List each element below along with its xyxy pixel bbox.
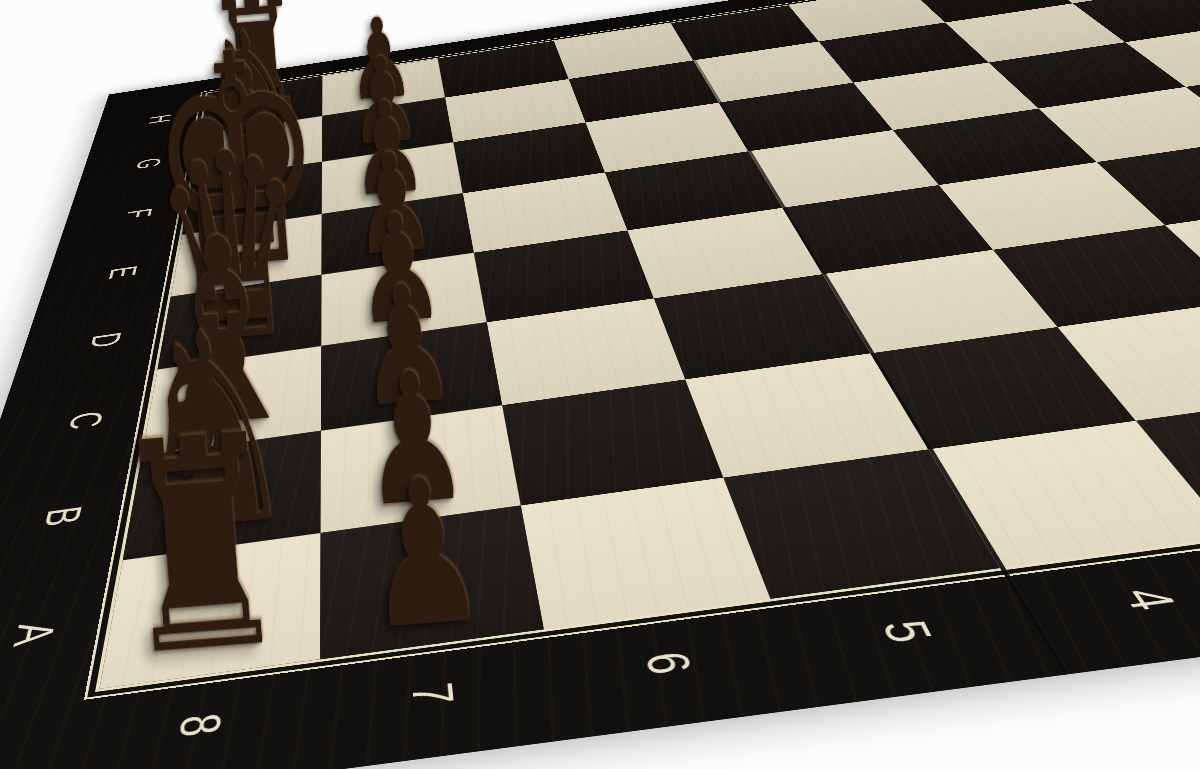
square-f1[interactable] [1125, 22, 1200, 87]
file-label-cell-F: F [56, 181, 190, 253]
square-h2[interactable] [907, 0, 1072, 23]
square-c8[interactable]: ♝ [142, 346, 322, 456]
file-label: F [118, 206, 160, 221]
file-label-cell-G: G [74, 134, 198, 198]
file-label-cell-D: D [10, 297, 168, 391]
rank-label-cell-6: 6 [544, 610, 810, 736]
black-pawn[interactable]: ♟ [348, 145, 437, 263]
square-f5[interactable] [586, 103, 749, 173]
square-f4[interactable] [719, 83, 893, 152]
square-d3[interactable] [939, 162, 1165, 250]
square-h8[interactable]: ♜ [200, 76, 322, 134]
piece-anchor-h8: ♜ [201, 113, 322, 131]
file-label: H [142, 113, 179, 126]
square-e6[interactable] [463, 172, 628, 252]
square-f8[interactable]: ♝ [182, 162, 322, 235]
square-a8[interactable]: ♜ [99, 533, 320, 689]
black-pawn[interactable]: ♟ [359, 467, 490, 640]
file-label-cell-H: H [90, 93, 206, 150]
black-pawn[interactable]: ♟ [345, 50, 422, 152]
file-label-cell-A: A [0, 562, 119, 718]
piece-anchor-g7: ♟ [322, 139, 453, 158]
square-g3[interactable] [819, 23, 989, 83]
black-knight[interactable]: ♞ [194, 21, 309, 172]
playing-area: ♜♟♞♟♝♟♚♟♛♟♝♟♞♟♜♟ [95, 0, 1200, 692]
square-h3[interactable] [789, 0, 946, 41]
square-a6[interactable] [521, 478, 771, 630]
file-label-cell-C: C [0, 370, 155, 479]
piece-anchor-d7: ♟ [321, 318, 486, 342]
file-label: G [129, 156, 169, 171]
square-d8[interactable]: ♛ [157, 275, 321, 370]
piece-anchor-f7: ♟ [322, 190, 462, 211]
piece-anchor-g8: ♞ [192, 159, 322, 178]
square-f7[interactable]: ♟ [322, 142, 463, 214]
chessboard: HGFEDCBA 87654321 ♜♟♞♟♝♟♚♟♛♟♝♟♞♟♜♟ [0, 0, 1200, 769]
piece-anchor-f8: ♝ [183, 211, 322, 232]
square-c3[interactable] [993, 225, 1200, 327]
square-h4[interactable] [671, 5, 819, 60]
file-labels: HGFEDCBA [0, 93, 206, 718]
black-pawn[interactable]: ♟ [352, 276, 458, 416]
square-g1[interactable] [1073, 0, 1200, 42]
square-c7[interactable]: ♟ [321, 322, 502, 430]
square-h7[interactable]: ♟ [322, 58, 445, 116]
square-d5[interactable] [627, 208, 822, 299]
board-tilt-wrapper: HGFEDCBA 87654321 ♜♟♞♟♝♟♚♟♛♟♝♟♞♟♜♟ [0, 0, 1200, 769]
square-g4[interactable] [693, 41, 853, 102]
black-knight[interactable]: ♞ [127, 316, 301, 545]
square-d6[interactable] [474, 230, 654, 322]
square-d2[interactable] [1097, 139, 1200, 225]
file-label: A [2, 618, 69, 649]
square-b6[interactable] [502, 379, 723, 505]
file-label-cell-B: B [0, 457, 138, 586]
chessboard-photo: HGFEDCBA 87654321 ♜♟♞♟♝♟♚♟♛♟♝♟♞♟♜♟ [0, 0, 1200, 769]
square-g5[interactable] [569, 60, 719, 122]
rank-label-cell-8: 8 [75, 671, 317, 769]
square-a5[interactable] [723, 449, 1000, 599]
square-g8[interactable]: ♞ [192, 116, 322, 181]
rank-label: 8 [166, 710, 235, 741]
rank-label: 6 [632, 648, 707, 678]
square-e5[interactable] [605, 151, 782, 230]
square-g7[interactable]: ♟ [322, 98, 453, 162]
piece-anchor-h7: ♟ [322, 95, 444, 113]
piece-anchor-b8: ♞ [124, 526, 321, 553]
square-h5[interactable] [554, 23, 693, 79]
rank-label: 4 [1108, 585, 1193, 615]
square-e8[interactable]: ♚ [171, 214, 322, 297]
square-c4[interactable] [822, 250, 1057, 354]
black-rook[interactable]: ♜ [106, 421, 296, 672]
square-c2[interactable] [1165, 200, 1200, 300]
square-a7[interactable]: ♟ [320, 505, 544, 659]
black-pawn[interactable]: ♟ [344, 11, 416, 106]
square-d4[interactable] [782, 185, 993, 274]
black-bishop[interactable]: ♝ [181, 53, 311, 225]
rank-label-cell-7: 7 [316, 641, 561, 768]
file-label: B [34, 503, 94, 529]
square-b8[interactable]: ♞ [123, 431, 321, 561]
black-pawn[interactable]: ♟ [350, 205, 447, 333]
square-c5[interactable] [654, 274, 871, 379]
file-label: E [101, 263, 147, 280]
square-b3[interactable] [1057, 300, 1200, 420]
piece-anchor-d8: ♛ [158, 341, 321, 364]
square-g6[interactable] [445, 79, 586, 142]
file-label-cell-E: E [35, 235, 180, 317]
black-king[interactable]: ♚ [141, 36, 332, 289]
square-e2[interactable] [1039, 87, 1200, 162]
file-label: D [81, 330, 131, 351]
square-e7[interactable]: ♟ [322, 193, 474, 274]
square-f3[interactable] [853, 63, 1038, 131]
square-d7[interactable]: ♟ [321, 253, 486, 346]
square-b4[interactable] [870, 327, 1135, 449]
black-pawn[interactable]: ♟ [346, 94, 429, 203]
black-queen[interactable]: ♛ [147, 137, 315, 359]
square-e4[interactable] [748, 130, 939, 208]
piece-anchor-c7: ♟ [321, 400, 501, 425]
piece-anchor-e7: ♟ [322, 249, 473, 271]
square-e1[interactable] [1186, 65, 1200, 139]
square-h6[interactable] [438, 41, 569, 98]
black-bishop[interactable]: ♝ [140, 223, 307, 443]
square-c6[interactable] [487, 298, 685, 405]
square-f6[interactable] [453, 123, 605, 194]
square-g2[interactable] [945, 3, 1125, 62]
black-rook[interactable]: ♜ [204, 0, 309, 126]
piece-anchor-c8: ♝ [143, 425, 321, 450]
piece-anchor-e8: ♚ [171, 271, 321, 293]
square-f2[interactable] [989, 42, 1186, 108]
square-e3[interactable] [893, 109, 1097, 185]
square-h1[interactable] [1027, 0, 1200, 3]
rank-label: 7 [399, 679, 469, 710]
square-b5[interactable] [685, 353, 928, 477]
file-label: C [59, 409, 114, 433]
rank-label: 5 [868, 617, 948, 647]
